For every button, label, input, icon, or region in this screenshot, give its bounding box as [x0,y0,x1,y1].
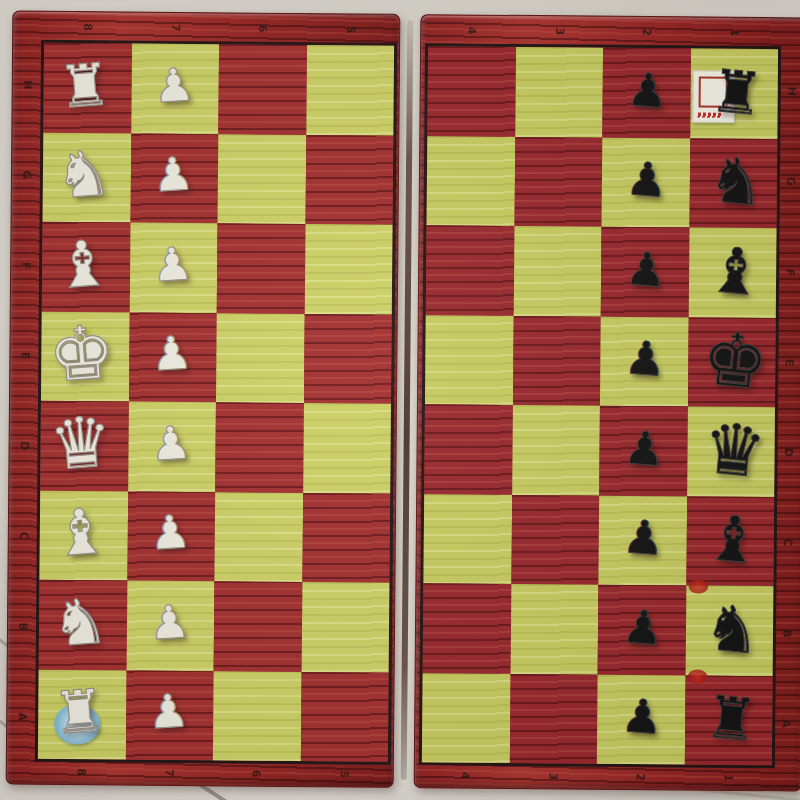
rank-label: 4 [456,732,475,800]
rank-label: 6 [247,730,266,800]
square-f1[interactable]: ♝ [688,227,776,317]
black-pawn-e2[interactable]: ♟ [623,334,668,383]
white-king-e8[interactable]: ♚ [45,314,117,393]
white-queen-d8[interactable]: ♛ [47,406,115,481]
rank-label: 5 [341,0,360,73]
square-d5[interactable] [303,403,391,493]
square-d4[interactable] [424,404,512,494]
square-g7[interactable]: ♟ [130,133,218,223]
square-d3[interactable] [512,405,600,495]
rank-label: 3 [544,732,563,800]
rank-labels-bottom-right: 4321 [422,766,772,787]
square-b4[interactable] [423,583,511,673]
square-b2[interactable]: ♟ [598,585,686,675]
white-pawn-d7[interactable]: ♟ [149,419,193,467]
black-pawn-a2[interactable]: ♟ [619,692,664,741]
white-pawn-c7[interactable]: ♟ [148,508,192,556]
square-g4[interactable] [427,136,515,226]
square-f8[interactable]: ♝ [42,222,130,312]
rank-labels-bottom-left: 8765 [38,763,388,784]
square-f6[interactable] [217,223,305,313]
square-b8[interactable]: ♞ [39,580,127,670]
square-d1[interactable]: ♛ [687,406,775,496]
photo-scene: 8765 HGFEDCBA ♜♟♞♟♝♟♚♟♛♟♝♟♞♟♜♟ 8765 4321… [0,0,800,800]
rank-labels-top-left: 8765 [44,18,394,39]
black-bishop-f1[interactable]: ♝ [705,237,767,305]
square-b6[interactable] [214,581,302,671]
square-d2[interactable]: ♟ [599,406,687,496]
black-rook-a1[interactable]: ♜ [703,688,760,751]
square-e1[interactable]: ♚ [687,317,775,407]
red-paint-smudge [688,579,708,593]
square-c2[interactable]: ♟ [598,495,686,585]
rank-label: 6 [254,0,273,73]
square-g1[interactable]: ♞ [689,138,777,228]
black-pawn-f2[interactable]: ♟ [623,245,668,294]
white-pawn-f7[interactable]: ♟ [151,240,195,288]
square-e5[interactable] [303,314,391,404]
rank-label: 5 [335,731,354,800]
white-pawn-g7[interactable]: ♟ [151,150,195,198]
square-g3[interactable] [514,136,602,226]
square-c8[interactable]: ♝ [39,490,127,580]
black-knight-g1[interactable]: ♞ [705,148,767,216]
board-left-panel: 8765 HGFEDCBA ♜♟♞♟♝♟♚♟♛♟♝♟♞♟♜♟ 8765 [6,11,401,788]
square-g8[interactable]: ♞ [43,132,131,222]
square-h7[interactable]: ♟ [131,44,219,134]
white-knight-b8[interactable]: ♞ [49,589,110,656]
black-rook-h1[interactable]: ♜ [708,61,765,124]
white-bishop-f8[interactable]: ♝ [52,231,113,298]
folding-chess-board: 8765 HGFEDCBA ♜♟♞♟♝♟♚♟♛♟♝♟♞♟♜♟ 8765 4321… [6,11,800,792]
square-c6[interactable] [214,492,302,582]
black-pawn-d2[interactable]: ♟ [622,424,667,473]
rank-labels-top-right: 4321 [428,21,778,42]
square-c1[interactable]: ♝ [686,496,774,586]
black-pawn-g2[interactable]: ♟ [624,155,669,204]
red-paint-smudge [687,669,707,683]
rank-label: 3 [550,0,569,75]
square-f4[interactable] [426,225,514,315]
hinge-gap [401,20,414,780]
board-right-panel: 4321 HGFEDCBA ♟♜♟♞♟♝♟♚♟♛♟♝♟♞♟♜ 4321 [414,14,800,791]
playing-area-right: ♟♜♟♞♟♝♟♚♟♛♟♝♟♞♟♜ [419,43,781,768]
square-b7[interactable]: ♟ [126,581,214,671]
square-e3[interactable] [512,315,600,405]
black-queen-d1[interactable]: ♛ [700,412,769,488]
square-e2[interactable]: ♟ [600,316,688,406]
square-c4[interactable] [423,494,511,584]
square-d7[interactable]: ♟ [128,402,216,492]
rank-label: 7 [160,729,179,800]
square-c3[interactable] [511,494,599,584]
black-bishop-c1[interactable]: ♝ [702,506,764,574]
square-d6[interactable] [215,402,303,492]
white-rook-a8[interactable]: ♜ [51,681,107,743]
black-king-e1[interactable]: ♚ [699,321,772,401]
square-g5[interactable] [305,135,393,225]
white-pawn-h7[interactable]: ♟ [152,61,196,109]
square-f3[interactable] [513,226,601,316]
square-e4[interactable] [425,315,513,405]
black-knight-b1[interactable]: ♞ [702,595,764,663]
playing-area-left: ♜♟♞♟♝♟♚♟♛♟♝♟♞♟♜♟ [35,40,397,765]
white-rook-h8[interactable]: ♜ [56,55,112,117]
square-f2[interactable]: ♟ [601,227,689,317]
square-g2[interactable]: ♟ [602,137,690,227]
square-c5[interactable] [302,493,390,583]
square-g6[interactable] [218,134,306,224]
square-f5[interactable] [304,224,392,314]
white-pawn-a7[interactable]: ♟ [147,687,191,735]
square-b1[interactable]: ♞ [685,585,773,675]
white-bishop-c8[interactable]: ♝ [50,499,111,566]
square-d8[interactable]: ♛ [40,401,128,491]
square-e8[interactable]: ♚ [41,311,129,401]
square-e7[interactable]: ♟ [128,312,216,402]
white-pawn-b7[interactable]: ♟ [147,598,191,646]
square-e6[interactable] [216,313,304,403]
black-pawn-h2[interactable]: ♟ [625,66,670,115]
black-pawn-c2[interactable]: ♟ [621,513,666,562]
square-b3[interactable] [510,584,598,674]
white-pawn-e7[interactable]: ♟ [150,329,194,377]
black-pawn-b2[interactable]: ♟ [620,603,665,652]
square-f7[interactable]: ♟ [129,223,217,313]
rank-label: 4 [463,0,482,74]
square-c7[interactable]: ♟ [127,491,215,581]
white-knight-g8[interactable]: ♞ [53,141,114,208]
square-b5[interactable] [301,582,389,672]
